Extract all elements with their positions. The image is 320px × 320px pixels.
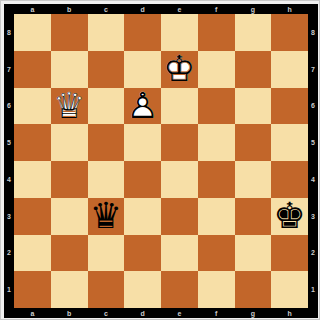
square-c5[interactable] xyxy=(88,124,125,161)
square-c7[interactable] xyxy=(88,51,125,88)
square-d4[interactable] xyxy=(124,161,161,198)
square-g2[interactable] xyxy=(235,235,272,272)
square-b8[interactable] xyxy=(51,14,88,51)
square-g7[interactable] xyxy=(235,51,272,88)
file-label-h: h xyxy=(271,4,308,14)
file-label-a: a xyxy=(14,308,51,318)
rank-label-5: 5 xyxy=(4,124,14,161)
file-label-c: c xyxy=(88,4,125,14)
square-f2[interactable] xyxy=(198,235,235,272)
file-label-b: b xyxy=(51,308,88,318)
square-f7[interactable] xyxy=(198,51,235,88)
square-c1[interactable] xyxy=(88,271,125,308)
square-b4[interactable] xyxy=(51,161,88,198)
rank-label-7: 7 xyxy=(4,51,14,88)
square-b1[interactable] xyxy=(51,271,88,308)
file-label-c: c xyxy=(88,308,125,318)
square-g6[interactable] xyxy=(235,88,272,125)
square-c8[interactable] xyxy=(88,14,125,51)
file-label-d: d xyxy=(124,4,161,14)
square-h1[interactable] xyxy=(271,271,308,308)
square-f6[interactable] xyxy=(198,88,235,125)
rank-label-3: 3 xyxy=(308,198,318,235)
square-h2[interactable] xyxy=(271,235,308,272)
rank-labels-right: 87654321 xyxy=(308,14,318,308)
square-b2[interactable] xyxy=(51,235,88,272)
file-label-b: b xyxy=(51,4,88,14)
square-e2[interactable] xyxy=(161,235,198,272)
square-d5[interactable] xyxy=(124,124,161,161)
square-e5[interactable] xyxy=(161,124,198,161)
file-label-h: h xyxy=(271,308,308,318)
square-b5[interactable] xyxy=(51,124,88,161)
square-h8[interactable] xyxy=(271,14,308,51)
square-h4[interactable] xyxy=(271,161,308,198)
file-label-a: a xyxy=(14,4,51,14)
square-d6[interactable] xyxy=(124,88,161,125)
file-labels-top: abcdefgh xyxy=(14,4,308,14)
rank-label-6: 6 xyxy=(4,88,14,125)
square-c4[interactable] xyxy=(88,161,125,198)
rank-label-2: 2 xyxy=(4,235,14,272)
square-d8[interactable] xyxy=(124,14,161,51)
file-label-g: g xyxy=(235,4,272,14)
square-a5[interactable] xyxy=(14,124,51,161)
square-b7[interactable] xyxy=(51,51,88,88)
rank-label-2: 2 xyxy=(308,235,318,272)
square-a3[interactable] xyxy=(14,198,51,235)
square-a6[interactable] xyxy=(14,88,51,125)
square-e4[interactable] xyxy=(161,161,198,198)
square-d7[interactable] xyxy=(124,51,161,88)
square-g8[interactable] xyxy=(235,14,272,51)
rank-label-3: 3 xyxy=(4,198,14,235)
square-e7[interactable] xyxy=(161,51,198,88)
file-label-f: f xyxy=(198,4,235,14)
square-a4[interactable] xyxy=(14,161,51,198)
rank-label-4: 4 xyxy=(4,161,14,198)
square-e6[interactable] xyxy=(161,88,198,125)
square-h3[interactable] xyxy=(271,198,308,235)
file-label-e: e xyxy=(161,4,198,14)
rank-label-5: 5 xyxy=(308,124,318,161)
square-g3[interactable] xyxy=(235,198,272,235)
rank-label-1: 1 xyxy=(4,271,14,308)
square-c6[interactable] xyxy=(88,88,125,125)
chess-diagram: abcdefgh abcdefgh 87654321 87654321 ♚♔♛♕… xyxy=(0,0,320,320)
square-a1[interactable] xyxy=(14,271,51,308)
square-d3[interactable] xyxy=(124,198,161,235)
rank-label-8: 8 xyxy=(4,14,14,51)
square-f1[interactable] xyxy=(198,271,235,308)
square-f4[interactable] xyxy=(198,161,235,198)
square-f5[interactable] xyxy=(198,124,235,161)
square-g4[interactable] xyxy=(235,161,272,198)
file-label-f: f xyxy=(198,308,235,318)
square-a8[interactable] xyxy=(14,14,51,51)
file-labels-bottom: abcdefgh xyxy=(14,308,308,318)
file-label-d: d xyxy=(124,308,161,318)
square-e1[interactable] xyxy=(161,271,198,308)
square-h7[interactable] xyxy=(271,51,308,88)
square-e8[interactable] xyxy=(161,14,198,51)
square-f3[interactable] xyxy=(198,198,235,235)
rank-label-8: 8 xyxy=(308,14,318,51)
rank-labels-left: 87654321 xyxy=(4,14,14,308)
chess-board xyxy=(14,14,308,308)
rank-label-4: 4 xyxy=(308,161,318,198)
square-b6[interactable] xyxy=(51,88,88,125)
square-h6[interactable] xyxy=(271,88,308,125)
square-a2[interactable] xyxy=(14,235,51,272)
square-b3[interactable] xyxy=(51,198,88,235)
square-a7[interactable] xyxy=(14,51,51,88)
square-d1[interactable] xyxy=(124,271,161,308)
square-e3[interactable] xyxy=(161,198,198,235)
file-label-e: e xyxy=(161,308,198,318)
square-d2[interactable] xyxy=(124,235,161,272)
square-g5[interactable] xyxy=(235,124,272,161)
square-h5[interactable] xyxy=(271,124,308,161)
square-c2[interactable] xyxy=(88,235,125,272)
rank-label-6: 6 xyxy=(308,88,318,125)
square-c3[interactable] xyxy=(88,198,125,235)
rank-label-1: 1 xyxy=(308,271,318,308)
square-f8[interactable] xyxy=(198,14,235,51)
square-g1[interactable] xyxy=(235,271,272,308)
rank-label-7: 7 xyxy=(308,51,318,88)
file-label-g: g xyxy=(235,308,272,318)
